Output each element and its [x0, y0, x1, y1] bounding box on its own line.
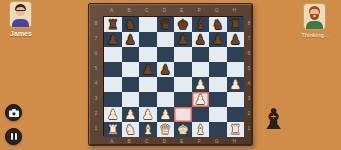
square-g2[interactable] — [209, 107, 227, 122]
square-b8[interactable]: ♞ — [122, 17, 140, 32]
coord-label: B — [121, 8, 139, 13]
chess-board: ♜♞♛♚♝♞♜♟♟♟♟♟♟♟♟♟♟♟♟♟♟♟♜♞♝♛♚♝♜ — [103, 16, 243, 136]
white-pawn[interactable]: ♟ — [107, 108, 119, 121]
square-c7[interactable] — [139, 32, 157, 47]
black-rook[interactable]: ♜ — [107, 18, 119, 31]
captured-black-bishop-icon: ♝ — [261, 106, 286, 134]
black-pawn[interactable]: ♟ — [212, 33, 224, 46]
square-f6[interactable] — [192, 47, 210, 62]
square-c3[interactable] — [139, 92, 157, 107]
rank-labels-left: 87654321 — [92, 16, 100, 136]
square-d2[interactable]: ♟ — [157, 107, 175, 122]
coord-label: 1 — [245, 126, 253, 131]
square-d7[interactable] — [157, 32, 175, 47]
square-e3[interactable] — [174, 92, 192, 107]
coord-label: F — [191, 8, 209, 13]
coord-label: C — [138, 139, 156, 144]
square-h6[interactable] — [227, 47, 245, 62]
square-c4[interactable] — [139, 77, 157, 92]
square-f3[interactable]: ♟ — [192, 92, 210, 107]
white-pawn[interactable]: ♟ — [229, 78, 241, 91]
black-pawn[interactable]: ♟ — [124, 33, 136, 46]
pause-icon — [11, 133, 17, 140]
file-labels-top: ABCDEFGH — [103, 8, 243, 13]
square-h4[interactable]: ♟ — [227, 77, 245, 92]
coord-label: 4 — [92, 81, 100, 86]
black-knight[interactable]: ♞ — [212, 18, 224, 31]
coord-label: 6 — [92, 51, 100, 56]
coord-label: H — [226, 139, 244, 144]
coord-label: G — [208, 8, 226, 13]
square-c8[interactable] — [139, 17, 157, 32]
black-bishop[interactable]: ♝ — [194, 18, 206, 31]
black-king[interactable]: ♚ — [177, 18, 189, 31]
coord-label: 1 — [92, 126, 100, 131]
coord-label: E — [173, 139, 191, 144]
square-e8[interactable]: ♚ — [174, 17, 192, 32]
square-a2[interactable]: ♟ — [104, 107, 122, 122]
square-g6[interactable] — [209, 47, 227, 62]
camera-icon — [9, 109, 19, 117]
square-d5[interactable]: ♟ — [157, 62, 175, 77]
coord-label: B — [121, 139, 139, 144]
coord-label: 2 — [245, 111, 253, 116]
square-f4[interactable]: ♟ — [192, 77, 210, 92]
coord-label: C — [138, 8, 156, 13]
square-g5[interactable] — [209, 62, 227, 77]
black-pawn[interactable]: ♟ — [159, 63, 171, 76]
square-f2[interactable] — [192, 107, 210, 122]
black-pawn[interactable]: ♟ — [194, 33, 206, 46]
square-b3[interactable] — [122, 92, 140, 107]
black-rook[interactable]: ♜ — [229, 18, 241, 31]
square-b2[interactable]: ♟ — [122, 107, 140, 122]
square-b4[interactable] — [122, 77, 140, 92]
square-e6[interactable] — [174, 47, 192, 62]
white-rook[interactable]: ♜ — [229, 123, 241, 136]
square-a3[interactable] — [104, 92, 122, 107]
coord-label: 4 — [245, 81, 253, 86]
coord-label: 8 — [92, 21, 100, 26]
coord-label: 7 — [245, 36, 253, 41]
coord-label: 5 — [245, 66, 253, 71]
black-pawn[interactable]: ♟ — [229, 33, 241, 46]
black-pawn[interactable]: ♟ — [177, 33, 189, 46]
white-rook[interactable]: ♜ — [107, 123, 119, 136]
square-g8[interactable]: ♞ — [209, 17, 227, 32]
camera-button[interactable] — [5, 104, 22, 121]
white-pawn[interactable]: ♟ — [124, 108, 136, 121]
coord-label: 3 — [92, 96, 100, 101]
square-e7[interactable]: ♟ — [174, 32, 192, 47]
white-bishop[interactable]: ♝ — [142, 123, 154, 136]
square-f7[interactable]: ♟ — [192, 32, 210, 47]
square-a5[interactable] — [104, 62, 122, 77]
coord-label: H — [226, 8, 244, 13]
square-f1[interactable]: ♝ — [192, 122, 210, 137]
square-a7[interactable]: ♟ — [104, 32, 122, 47]
square-a6[interactable] — [104, 47, 122, 62]
square-h3[interactable] — [227, 92, 245, 107]
square-g7[interactable]: ♟ — [209, 32, 227, 47]
white-bishop[interactable]: ♝ — [194, 123, 206, 136]
square-h5[interactable] — [227, 62, 245, 77]
square-b5[interactable] — [122, 62, 140, 77]
square-f8[interactable]: ♝ — [192, 17, 210, 32]
avatar-shirt — [306, 21, 323, 29]
white-pawn[interactable]: ♟ — [159, 108, 171, 121]
coord-label: D — [156, 8, 174, 13]
white-pawn[interactable]: ♟ — [194, 78, 206, 91]
black-pawn[interactable]: ♟ — [107, 33, 119, 46]
square-c5[interactable]: ♟ — [139, 62, 157, 77]
square-h2[interactable] — [227, 107, 245, 122]
square-b1[interactable]: ♞ — [122, 122, 140, 137]
square-h7[interactable]: ♟ — [227, 32, 245, 47]
square-c2[interactable]: ♟ — [139, 107, 157, 122]
pause-button[interactable] — [5, 128, 22, 145]
avatar-shirt — [12, 19, 29, 27]
coord-label: 7 — [92, 36, 100, 41]
square-a1[interactable]: ♜ — [104, 122, 122, 137]
black-knight[interactable]: ♞ — [124, 18, 136, 31]
square-d4[interactable] — [157, 77, 175, 92]
square-d1[interactable]: ♛ — [157, 122, 175, 137]
square-d8[interactable]: ♛ — [157, 17, 175, 32]
coord-label: E — [173, 8, 191, 13]
square-b7[interactable]: ♟ — [122, 32, 140, 47]
coord-label: A — [103, 8, 121, 13]
square-a8[interactable]: ♜ — [104, 17, 122, 32]
square-e2[interactable] — [174, 107, 192, 122]
square-h1[interactable]: ♜ — [227, 122, 245, 137]
coord-label: D — [156, 139, 174, 144]
square-a4[interactable] — [104, 77, 122, 92]
black-pawn[interactable]: ♟ — [142, 63, 154, 76]
square-e4[interactable] — [174, 77, 192, 92]
player-left-name: James — [0, 30, 42, 37]
square-e5[interactable] — [174, 62, 192, 77]
coord-label: 3 — [245, 96, 253, 101]
square-b6[interactable] — [122, 47, 140, 62]
avatar-mouth — [313, 15, 316, 17]
square-d3[interactable] — [157, 92, 175, 107]
square-c6[interactable] — [139, 47, 157, 62]
white-queen[interactable]: ♛ — [159, 123, 171, 136]
square-f5[interactable] — [192, 62, 210, 77]
chess-board-frame: ABCDEFGH 87654321 87654321 ♜♞♛♚♝♞♜♟♟♟♟♟♟… — [88, 3, 253, 146]
player-right-avatar — [303, 3, 326, 30]
coord-label: 2 — [92, 111, 100, 116]
coord-label: 5 — [92, 66, 100, 71]
player-left-avatar — [9, 1, 32, 28]
coord-label: F — [191, 139, 209, 144]
file-labels-bottom: ABCDEFGH — [103, 139, 243, 144]
square-g4[interactable] — [209, 77, 227, 92]
square-e1[interactable]: ♚ — [174, 122, 192, 137]
square-g3[interactable] — [209, 92, 227, 107]
white-king[interactable]: ♚ — [177, 123, 189, 136]
black-queen[interactable]: ♛ — [159, 18, 171, 31]
coord-label: 6 — [245, 51, 253, 56]
avatar-glasses — [16, 10, 25, 13]
rank-labels-right: 87654321 — [245, 16, 253, 136]
white-pawn[interactable]: ♟ — [142, 108, 154, 121]
white-pawn[interactable]: ♟ — [194, 93, 206, 106]
coord-label: G — [208, 139, 226, 144]
player-right-status: Thinking... — [293, 32, 337, 38]
coord-label: 8 — [245, 21, 253, 26]
square-h8[interactable]: ♜ — [227, 17, 245, 32]
white-knight[interactable]: ♞ — [124, 123, 136, 136]
square-g1[interactable] — [209, 122, 227, 137]
coord-label: A — [103, 139, 121, 144]
square-c1[interactable]: ♝ — [139, 122, 157, 137]
square-d6[interactable] — [157, 47, 175, 62]
